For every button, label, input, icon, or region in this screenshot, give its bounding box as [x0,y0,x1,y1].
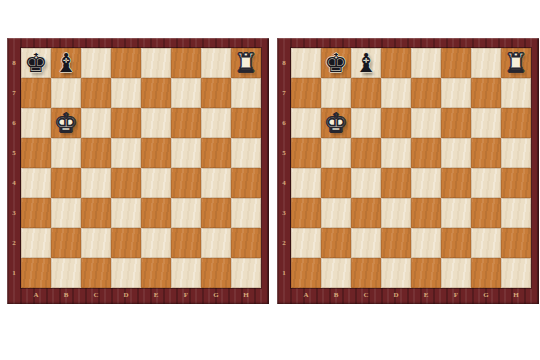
square-c4 [81,168,111,198]
file-label-h: H [501,288,531,304]
square-f6 [441,108,471,138]
square-b6: ♚ [51,108,81,138]
file-label-b: B [51,288,81,304]
square-h7 [231,78,261,108]
square-c8: ♝ [351,48,381,78]
file-label-b: B [321,288,351,304]
square-h6 [501,108,531,138]
square-h4 [231,168,261,198]
square-f7 [441,78,471,108]
square-a2 [21,228,51,258]
square-c6 [81,108,111,138]
rank-label-7: 7 [277,78,291,108]
square-d8 [381,48,411,78]
rank-label-1: 1 [277,258,291,288]
file-label-c: C [351,288,381,304]
square-h8: ♜ [501,48,531,78]
square-b4 [51,168,81,198]
square-b3 [51,198,81,228]
rank-labels-right: 87654321 [277,48,291,288]
square-h6 [231,108,261,138]
square-a8: ♚ [21,48,51,78]
square-f5 [441,138,471,168]
file-label-e: E [141,288,171,304]
square-a6 [21,108,51,138]
rank-label-3: 3 [277,198,291,228]
square-a4 [21,168,51,198]
square-e8 [141,48,171,78]
file-label-a: A [291,288,321,304]
rank-label-2: 2 [7,228,21,258]
square-g7 [471,78,501,108]
black-king-piece: ♚ [24,48,47,78]
square-c5 [81,138,111,168]
square-a1 [291,258,321,288]
square-b1 [321,258,351,288]
file-label-h: H [231,288,261,304]
square-h3 [501,198,531,228]
square-b4 [321,168,351,198]
file-label-g: G [471,288,501,304]
black-king-piece: ♚ [324,48,347,78]
square-e5 [141,138,171,168]
square-c2 [81,228,111,258]
rank-label-8: 8 [277,48,291,78]
square-e3 [141,198,171,228]
chessboard-left: 87654321 ♚♝♜♚ ABCDEFGH [7,38,269,304]
rank-label-8: 8 [7,48,21,78]
square-e2 [411,228,441,258]
file-label-f: F [171,288,201,304]
square-f4 [441,168,471,198]
square-f8 [171,48,201,78]
square-d6 [111,108,141,138]
square-h1 [231,258,261,288]
square-d1 [381,258,411,288]
square-a3 [291,198,321,228]
square-f2 [171,228,201,258]
black-bishop-piece: ♝ [54,48,77,78]
square-e1 [141,258,171,288]
square-c8 [81,48,111,78]
rank-labels-left: 87654321 [7,48,21,288]
rank-label-2: 2 [277,228,291,258]
square-b2 [321,228,351,258]
file-label-c: C [81,288,111,304]
square-h7 [501,78,531,108]
square-c3 [81,198,111,228]
square-f8 [441,48,471,78]
square-d7 [111,78,141,108]
square-b7 [321,78,351,108]
square-f4 [171,168,201,198]
file-labels-right: ABCDEFGH [291,288,531,304]
square-d3 [381,198,411,228]
square-d1 [111,258,141,288]
square-a7 [291,78,321,108]
square-e3 [411,198,441,228]
square-g3 [471,198,501,228]
black-bishop-piece: ♝ [354,48,377,78]
rank-label-3: 3 [7,198,21,228]
square-d2 [111,228,141,258]
rank-label-5: 5 [277,138,291,168]
file-label-a: A [21,288,51,304]
square-g1 [471,258,501,288]
rank-label-6: 6 [7,108,21,138]
square-e1 [411,258,441,288]
square-e4 [141,168,171,198]
square-h1 [501,258,531,288]
file-label-g: G [201,288,231,304]
page: 87654321 ♚♝♜♚ ABCDEFGH 87654321 ♚♝♜♚ ABC… [0,0,540,360]
square-g7 [201,78,231,108]
square-e7 [411,78,441,108]
square-f2 [441,228,471,258]
square-h4 [501,168,531,198]
square-h5 [501,138,531,168]
square-b7 [51,78,81,108]
square-g8 [471,48,501,78]
square-a5 [291,138,321,168]
square-f5 [171,138,201,168]
square-c7 [351,78,381,108]
square-h3 [231,198,261,228]
square-e6 [411,108,441,138]
square-c4 [351,168,381,198]
square-c3 [351,198,381,228]
chessboard-right: 87654321 ♚♝♜♚ ABCDEFGH [277,38,539,304]
square-b5 [321,138,351,168]
square-c2 [351,228,381,258]
square-c7 [81,78,111,108]
square-b1 [51,258,81,288]
square-g2 [201,228,231,258]
square-c5 [351,138,381,168]
square-d3 [111,198,141,228]
square-b8: ♚ [321,48,351,78]
square-a6 [291,108,321,138]
square-e4 [411,168,441,198]
square-b6: ♚ [321,108,351,138]
square-c1 [81,258,111,288]
square-a5 [21,138,51,168]
square-a3 [21,198,51,228]
square-c1 [351,258,381,288]
square-d5 [111,138,141,168]
square-d6 [381,108,411,138]
square-a1 [21,258,51,288]
square-b2 [51,228,81,258]
white-king-piece: ♚ [54,108,77,138]
square-g5 [201,138,231,168]
square-f1 [171,258,201,288]
rank-label-6: 6 [277,108,291,138]
square-e6 [141,108,171,138]
square-f6 [171,108,201,138]
square-e8 [411,48,441,78]
white-rook-piece: ♜ [504,48,527,78]
white-rook-piece: ♜ [234,48,257,78]
square-b3 [321,198,351,228]
rank-label-1: 1 [7,258,21,288]
file-labels-left: ABCDEFGH [21,288,261,304]
white-king-piece: ♚ [324,108,347,138]
square-h8: ♜ [231,48,261,78]
board-grid-right: ♚♝♜♚ [291,48,531,288]
square-b5 [51,138,81,168]
square-e5 [411,138,441,168]
square-c6 [351,108,381,138]
square-b8: ♝ [51,48,81,78]
file-label-d: D [381,288,411,304]
square-e2 [141,228,171,258]
square-a4 [291,168,321,198]
file-label-f: F [441,288,471,304]
square-g6 [201,108,231,138]
rank-label-7: 7 [7,78,21,108]
square-a8 [291,48,321,78]
square-a7 [21,78,51,108]
square-d5 [381,138,411,168]
file-label-d: D [111,288,141,304]
square-f3 [441,198,471,228]
square-d2 [381,228,411,258]
square-h2 [501,228,531,258]
square-g2 [471,228,501,258]
rank-label-4: 4 [7,168,21,198]
square-g4 [201,168,231,198]
square-d4 [381,168,411,198]
square-d7 [381,78,411,108]
square-f1 [441,258,471,288]
square-g5 [471,138,501,168]
board-grid-left: ♚♝♜♚ [21,48,261,288]
square-e7 [141,78,171,108]
square-f7 [171,78,201,108]
square-g3 [201,198,231,228]
square-g6 [471,108,501,138]
square-g8 [201,48,231,78]
square-f3 [171,198,201,228]
square-d8 [111,48,141,78]
rank-label-4: 4 [277,168,291,198]
square-h2 [231,228,261,258]
rank-label-5: 5 [7,138,21,168]
square-d4 [111,168,141,198]
square-g1 [201,258,231,288]
square-h5 [231,138,261,168]
file-label-e: E [411,288,441,304]
square-g4 [471,168,501,198]
square-a2 [291,228,321,258]
